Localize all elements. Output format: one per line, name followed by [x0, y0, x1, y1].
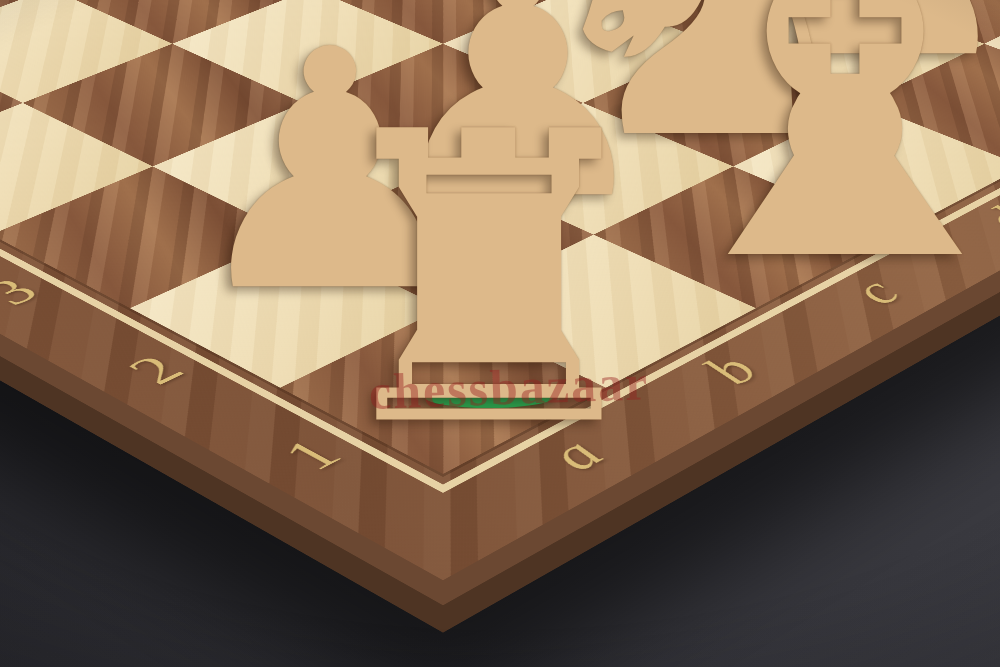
felt-base [624, 97, 782, 124]
pawn-icon: ♟ [182, 7, 478, 337]
photo-frame: abcdefgh 87654321 ♜♟♟♝♞♟ chessbazaar [0, 0, 1000, 667]
piece-shadow [573, 89, 801, 136]
piece-shadow [718, 206, 940, 252]
knight-icon: ♞ [515, 0, 892, 198]
felt-base [472, 167, 564, 183]
felt-base [280, 259, 380, 276]
felt-base [769, 214, 921, 240]
pieces-layer: ♜♟♟♝♞♟ [0, 0, 1000, 667]
pawn-icon: ♟ [375, 0, 662, 243]
piece-white-knight-c2: ♞ [0, 0, 1000, 667]
piece-white-bishop-c1: ♝ [0, 0, 1000, 667]
piece-white-pawn-a2: ♟ [0, 0, 1000, 667]
piece-white-pawn-b2: ♟ [0, 0, 1000, 667]
piece-shadow [802, 28, 942, 49]
felt-base [853, 30, 923, 42]
piece-white-pawn-d2: ♟ [0, 0, 1000, 667]
piece-shadow [421, 163, 583, 191]
bishop-icon: ♝ [621, 0, 1000, 331]
piece-white-rook-a1: ♜ [0, 0, 1000, 667]
rook-icon: ♜ [310, 81, 669, 481]
pawn-icon: ♟ [754, 0, 1000, 100]
watermark: chessbazaar [368, 353, 650, 421]
piece-shadow [229, 254, 399, 284]
